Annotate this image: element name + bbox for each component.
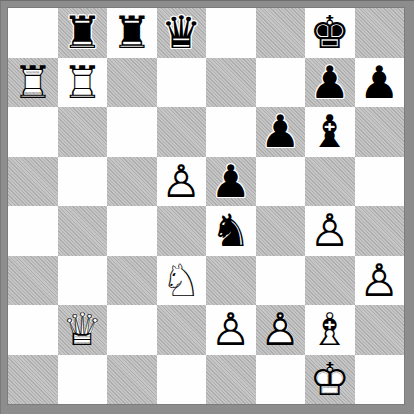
square-c6[interactable]	[107, 107, 157, 157]
square-h1[interactable]	[355, 355, 405, 405]
square-h2[interactable]	[355, 305, 405, 355]
square-d3[interactable]: ♞♘	[157, 256, 207, 306]
square-c5[interactable]	[107, 157, 157, 207]
square-h6[interactable]	[355, 107, 405, 157]
square-e7[interactable]	[206, 58, 256, 108]
piece-white-pawn: ♙	[206, 305, 256, 355]
piece-white-pawn-fill: ♟	[207, 306, 255, 354]
square-f4[interactable]	[256, 206, 306, 256]
piece-white-pawn-fill: ♟	[157, 157, 205, 205]
piece-white-rook: ♖	[58, 58, 108, 108]
square-e8[interactable]	[206, 8, 256, 58]
piece-black-rook: ♜	[107, 8, 157, 58]
square-f8[interactable]	[256, 8, 306, 58]
square-a3[interactable]	[8, 256, 58, 306]
piece-white-pawn-fill: ♟	[306, 207, 354, 255]
square-f6[interactable]: ♟	[256, 107, 306, 157]
square-c8[interactable]: ♜	[107, 8, 157, 58]
square-g5[interactable]	[305, 157, 355, 207]
piece-white-pawn: ♙	[305, 206, 355, 256]
piece-white-queen-fill: ♛	[58, 306, 106, 354]
chess-diagram: ♜♜♛♚♜♖♜♖♟♟♟♝♟♙♟♞♟♙♞♘♟♙♛♕♟♙♟♙♝♗♚♔	[0, 0, 414, 414]
square-d4[interactable]	[157, 206, 207, 256]
piece-white-pawn-fill: ♟	[256, 306, 304, 354]
square-d6[interactable]	[157, 107, 207, 157]
piece-white-queen: ♕	[58, 305, 108, 355]
square-d2[interactable]	[157, 305, 207, 355]
square-a1[interactable]	[8, 355, 58, 405]
square-e4[interactable]: ♞	[206, 206, 256, 256]
square-b8[interactable]: ♜	[58, 8, 108, 58]
square-h7[interactable]: ♟	[355, 58, 405, 108]
square-c1[interactable]	[107, 355, 157, 405]
square-c3[interactable]	[107, 256, 157, 306]
square-b6[interactable]	[58, 107, 108, 157]
piece-white-king: ♔	[305, 355, 355, 405]
square-a7[interactable]: ♜♖	[8, 58, 58, 108]
piece-white-rook-fill: ♜	[58, 58, 106, 106]
square-f2[interactable]: ♟♙	[256, 305, 306, 355]
square-d1[interactable]	[157, 355, 207, 405]
square-f7[interactable]	[256, 58, 306, 108]
square-g2[interactable]: ♝♗	[305, 305, 355, 355]
square-b2[interactable]: ♛♕	[58, 305, 108, 355]
square-h3[interactable]: ♟♙	[355, 256, 405, 306]
square-a4[interactable]	[8, 206, 58, 256]
piece-white-knight-fill: ♞	[157, 256, 205, 304]
piece-white-rook-fill: ♜	[9, 58, 57, 106]
piece-black-pawn: ♟	[305, 58, 355, 108]
square-g7[interactable]: ♟	[305, 58, 355, 108]
square-h5[interactable]	[355, 157, 405, 207]
piece-white-pawn: ♙	[157, 157, 207, 207]
piece-white-bishop: ♗	[305, 305, 355, 355]
square-c2[interactable]	[107, 305, 157, 355]
square-e3[interactable]	[206, 256, 256, 306]
piece-white-pawn: ♙	[355, 256, 405, 306]
square-f1[interactable]	[256, 355, 306, 405]
square-g1[interactable]: ♚♔	[305, 355, 355, 405]
square-c4[interactable]	[107, 206, 157, 256]
piece-black-pawn: ♟	[256, 107, 306, 157]
square-d5[interactable]: ♟♙	[157, 157, 207, 207]
square-a8[interactable]	[8, 8, 58, 58]
square-g3[interactable]	[305, 256, 355, 306]
square-a6[interactable]	[8, 107, 58, 157]
square-g8[interactable]: ♚	[305, 8, 355, 58]
piece-black-bishop: ♝	[305, 107, 355, 157]
chess-board: ♜♜♛♚♜♖♜♖♟♟♟♝♟♙♟♞♟♙♞♘♟♙♛♕♟♙♟♙♝♗♚♔	[8, 8, 404, 404]
piece-black-pawn: ♟	[355, 58, 405, 108]
square-g6[interactable]: ♝	[305, 107, 355, 157]
square-c7[interactable]	[107, 58, 157, 108]
square-e6[interactable]	[206, 107, 256, 157]
piece-black-rook: ♜	[58, 8, 108, 58]
square-a5[interactable]	[8, 157, 58, 207]
square-h4[interactable]	[355, 206, 405, 256]
square-f3[interactable]	[256, 256, 306, 306]
square-d8[interactable]: ♛	[157, 8, 207, 58]
square-a2[interactable]	[8, 305, 58, 355]
square-d7[interactable]	[157, 58, 207, 108]
square-e2[interactable]: ♟♙	[206, 305, 256, 355]
piece-white-pawn-fill: ♟	[355, 256, 403, 304]
piece-white-knight: ♘	[157, 256, 207, 306]
square-e5[interactable]: ♟	[206, 157, 256, 207]
square-b3[interactable]	[58, 256, 108, 306]
piece-black-pawn: ♟	[206, 157, 256, 207]
square-b7[interactable]: ♜♖	[58, 58, 108, 108]
square-b5[interactable]	[58, 157, 108, 207]
piece-black-queen: ♛	[157, 8, 207, 58]
piece-white-king-fill: ♚	[306, 355, 354, 403]
square-f5[interactable]	[256, 157, 306, 207]
square-h8[interactable]	[355, 8, 405, 58]
square-b1[interactable]	[58, 355, 108, 405]
piece-black-king: ♚	[305, 8, 355, 58]
piece-white-pawn: ♙	[256, 305, 306, 355]
piece-black-knight: ♞	[206, 206, 256, 256]
square-b4[interactable]	[58, 206, 108, 256]
square-e1[interactable]	[206, 355, 256, 405]
square-g4[interactable]: ♟♙	[305, 206, 355, 256]
piece-white-bishop-fill: ♝	[306, 306, 354, 354]
piece-white-rook: ♖	[8, 58, 58, 108]
